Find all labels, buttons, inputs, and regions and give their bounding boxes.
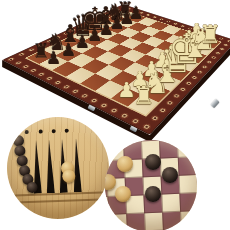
backgammon-board bbox=[7, 117, 109, 219]
backgammon-checker-black bbox=[26, 181, 37, 192]
backgammon-point-dot bbox=[65, 129, 69, 133]
checkers-pieces-layer bbox=[105, 140, 197, 230]
backgammon-inset bbox=[7, 117, 109, 219]
checkers-piece-light bbox=[115, 186, 131, 202]
board-seam bbox=[7, 191, 109, 196]
backgammon-checker-wood bbox=[62, 169, 75, 182]
backgammon-point-dot bbox=[25, 130, 29, 134]
checkers-inset bbox=[105, 140, 197, 230]
checkers-piece-light bbox=[117, 156, 133, 172]
backgammon-point-dot bbox=[39, 130, 43, 134]
checkers-piece-light bbox=[105, 174, 116, 190]
checkers-piece-dark bbox=[162, 167, 178, 183]
checkers-piece-dark bbox=[145, 154, 161, 170]
backgammon-point bbox=[44, 139, 56, 193]
product-photo: ♜♞♝♛♚♝♞♜♟♟♟♟♟♟♟♟♟♟♟♟♟♟♟♟♜♞♝♛♚♝♞♜ bbox=[0, 0, 230, 230]
checkers-piece-dark bbox=[145, 186, 161, 202]
backgammon-point-dot bbox=[52, 129, 56, 133]
board-seam bbox=[7, 198, 109, 203]
